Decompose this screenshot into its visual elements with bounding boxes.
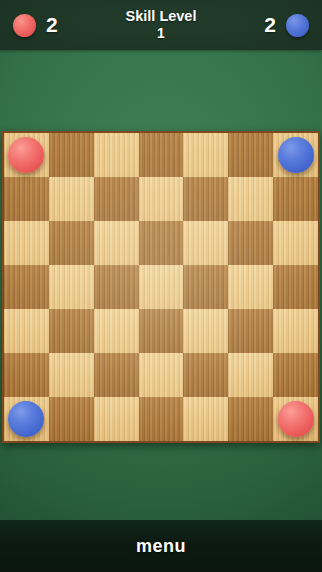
menu-button[interactable]: menu — [136, 536, 186, 557]
red-piece-r0c0[interactable] — [8, 137, 44, 173]
square-r1c2[interactable] — [94, 177, 139, 221]
blue-piece-r6c0[interactable] — [8, 401, 44, 437]
square-r5c0[interactable] — [4, 353, 49, 397]
square-r0c5[interactable] — [228, 133, 273, 177]
square-r4c5[interactable] — [228, 309, 273, 353]
square-r1c0[interactable] — [4, 177, 49, 221]
blue-score-group: 2 — [251, 13, 322, 37]
square-r2c2[interactable] — [94, 221, 139, 265]
square-r1c6[interactable] — [273, 177, 318, 221]
red-score-group: 2 — [0, 13, 71, 37]
square-r3c1[interactable] — [49, 265, 94, 309]
blue-score: 2 — [264, 13, 276, 37]
square-r6c4[interactable] — [183, 397, 228, 441]
blue-player-icon — [286, 14, 309, 37]
square-r4c4[interactable] — [183, 309, 228, 353]
square-r6c1[interactable] — [49, 397, 94, 441]
square-r4c6[interactable] — [273, 309, 318, 353]
square-r3c4[interactable] — [183, 265, 228, 309]
square-r6c6[interactable] — [273, 397, 318, 441]
square-r2c1[interactable] — [49, 221, 94, 265]
square-r4c3[interactable] — [139, 309, 184, 353]
blue-piece-r0c6[interactable] — [278, 137, 314, 173]
square-r1c4[interactable] — [183, 177, 228, 221]
square-r5c2[interactable] — [94, 353, 139, 397]
square-r2c6[interactable] — [273, 221, 318, 265]
square-r5c3[interactable] — [139, 353, 184, 397]
red-score: 2 — [46, 13, 58, 37]
square-r6c0[interactable] — [4, 397, 49, 441]
game-screen: 2 2 Skill Level 1 menu — [0, 0, 322, 572]
square-r2c5[interactable] — [228, 221, 273, 265]
square-r3c0[interactable] — [4, 265, 49, 309]
square-r3c6[interactable] — [273, 265, 318, 309]
square-r2c3[interactable] — [139, 221, 184, 265]
square-r4c2[interactable] — [94, 309, 139, 353]
bottom-bar: menu — [0, 520, 322, 572]
red-piece-r6c6[interactable] — [278, 401, 314, 437]
square-r1c5[interactable] — [228, 177, 273, 221]
square-r5c4[interactable] — [183, 353, 228, 397]
square-r3c2[interactable] — [94, 265, 139, 309]
square-r4c1[interactable] — [49, 309, 94, 353]
checkers-board — [2, 131, 320, 443]
square-r5c1[interactable] — [49, 353, 94, 397]
skill-level-label: Skill Level — [126, 7, 197, 25]
square-r6c2[interactable] — [94, 397, 139, 441]
square-r0c2[interactable] — [94, 133, 139, 177]
square-r3c3[interactable] — [139, 265, 184, 309]
square-r1c3[interactable] — [139, 177, 184, 221]
square-r1c1[interactable] — [49, 177, 94, 221]
square-r0c1[interactable] — [49, 133, 94, 177]
square-r2c0[interactable] — [4, 221, 49, 265]
square-r5c5[interactable] — [228, 353, 273, 397]
skill-level-value: 1 — [157, 25, 165, 43]
square-r0c4[interactable] — [183, 133, 228, 177]
square-r2c4[interactable] — [183, 221, 228, 265]
square-r0c0[interactable] — [4, 133, 49, 177]
square-r6c5[interactable] — [228, 397, 273, 441]
square-r0c6[interactable] — [273, 133, 318, 177]
square-r0c3[interactable] — [139, 133, 184, 177]
board-grid — [4, 133, 318, 441]
score-header: 2 2 Skill Level 1 — [0, 0, 322, 50]
square-r3c5[interactable] — [228, 265, 273, 309]
square-r6c3[interactable] — [139, 397, 184, 441]
red-player-icon — [13, 14, 36, 37]
square-r5c6[interactable] — [273, 353, 318, 397]
square-r4c0[interactable] — [4, 309, 49, 353]
